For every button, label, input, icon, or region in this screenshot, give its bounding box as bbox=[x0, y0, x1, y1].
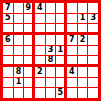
cell-r7c3[interactable] bbox=[24, 67, 34, 77]
given-digit: 2 bbox=[37, 68, 43, 76]
cell-r6c2[interactable] bbox=[14, 56, 24, 66]
given-digit: 1 bbox=[16, 78, 22, 86]
cell-r3c1[interactable] bbox=[3, 24, 13, 34]
cell-r4c9[interactable] bbox=[88, 35, 98, 45]
cell-r3c9[interactable] bbox=[88, 24, 98, 34]
cell-r4c1[interactable]: 6 bbox=[3, 35, 13, 45]
cell-r8c1[interactable] bbox=[3, 78, 13, 88]
cell-r4c2[interactable] bbox=[14, 35, 24, 45]
cell-r5c8[interactable] bbox=[78, 46, 88, 56]
cell-r2c7[interactable] bbox=[67, 14, 77, 24]
cell-r3c5[interactable] bbox=[46, 24, 56, 34]
cell-r3c4[interactable] bbox=[35, 24, 45, 34]
sudoku-board: 79451367231882415 bbox=[0, 0, 101, 101]
cell-r2c9[interactable]: 3 bbox=[88, 14, 98, 24]
cell-r1c3[interactable]: 9 bbox=[24, 3, 34, 13]
cell-r5c9[interactable] bbox=[88, 46, 98, 56]
cell-r6c4[interactable] bbox=[35, 56, 45, 66]
cell-r2c3[interactable] bbox=[24, 14, 34, 24]
cell-r5c6[interactable]: 1 bbox=[56, 46, 66, 56]
cell-r9c3[interactable] bbox=[24, 88, 34, 98]
given-digit: 4 bbox=[69, 68, 75, 76]
cell-r7c7[interactable]: 4 bbox=[67, 67, 77, 77]
cell-r3c6[interactable] bbox=[56, 24, 66, 34]
cell-r1c1[interactable]: 7 bbox=[3, 3, 13, 13]
cell-r1c6[interactable] bbox=[56, 3, 66, 13]
given-digit: 3 bbox=[90, 14, 96, 22]
cell-r2c1[interactable]: 5 bbox=[3, 14, 13, 24]
cell-r7c2[interactable]: 8 bbox=[14, 67, 24, 77]
cell-r8c9[interactable] bbox=[88, 78, 98, 88]
cell-r1c7[interactable] bbox=[67, 3, 77, 13]
cell-r8c4[interactable] bbox=[35, 78, 45, 88]
cell-r3c2[interactable] bbox=[14, 24, 24, 34]
cell-r1c5[interactable] bbox=[46, 3, 56, 13]
cell-r8c2[interactable]: 1 bbox=[14, 78, 24, 88]
cell-r4c3[interactable] bbox=[24, 35, 34, 45]
given-digit: 6 bbox=[5, 36, 11, 44]
cell-r9c5[interactable] bbox=[46, 88, 56, 98]
cell-r6c8[interactable] bbox=[78, 56, 88, 66]
cell-r6c5[interactable]: 8 bbox=[46, 56, 56, 66]
cell-r7c8[interactable] bbox=[78, 67, 88, 77]
cell-r6c9[interactable] bbox=[88, 56, 98, 66]
cell-r4c7[interactable]: 7 bbox=[67, 35, 77, 45]
given-digit: 8 bbox=[48, 56, 54, 64]
cell-r8c5[interactable] bbox=[46, 78, 56, 88]
cell-r9c2[interactable] bbox=[14, 88, 24, 98]
cell-r7c4[interactable]: 2 bbox=[35, 67, 45, 77]
cell-r2c5[interactable] bbox=[46, 14, 56, 24]
cell-r5c7[interactable] bbox=[67, 46, 77, 56]
cell-r2c2[interactable] bbox=[14, 14, 24, 24]
cell-r9c1[interactable] bbox=[3, 88, 13, 98]
given-digit: 5 bbox=[5, 14, 11, 22]
cell-r8c7[interactable] bbox=[67, 78, 77, 88]
given-digit: 8 bbox=[16, 68, 22, 76]
given-digit: 7 bbox=[69, 36, 75, 44]
cell-r7c1[interactable] bbox=[3, 67, 13, 77]
cell-r1c8[interactable] bbox=[78, 3, 88, 13]
cell-r2c4[interactable] bbox=[35, 14, 45, 24]
cell-r5c1[interactable] bbox=[3, 46, 13, 56]
cell-r1c2[interactable] bbox=[14, 3, 24, 13]
given-digit: 3 bbox=[48, 46, 54, 54]
cell-r1c9[interactable] bbox=[88, 3, 98, 13]
cell-r9c9[interactable] bbox=[88, 88, 98, 98]
cell-r6c3[interactable] bbox=[24, 56, 34, 66]
cell-r4c8[interactable]: 2 bbox=[78, 35, 88, 45]
given-digit: 1 bbox=[57, 46, 63, 54]
cell-r3c8[interactable] bbox=[78, 24, 88, 34]
cell-r9c8[interactable] bbox=[78, 88, 88, 98]
cell-r9c6[interactable]: 5 bbox=[56, 88, 66, 98]
cell-r4c6[interactable] bbox=[56, 35, 66, 45]
cell-r2c8[interactable]: 1 bbox=[78, 14, 88, 24]
given-digit: 5 bbox=[57, 89, 63, 97]
cell-r7c5[interactable] bbox=[46, 67, 56, 77]
cell-r3c3[interactable] bbox=[24, 24, 34, 34]
cell-r3c7[interactable] bbox=[67, 24, 77, 34]
cell-r5c4[interactable] bbox=[35, 46, 45, 56]
cell-r5c2[interactable] bbox=[14, 46, 24, 56]
cell-r9c4[interactable] bbox=[35, 88, 45, 98]
cell-r5c5[interactable]: 3 bbox=[46, 46, 56, 56]
cell-r7c9[interactable] bbox=[88, 67, 98, 77]
cell-r4c4[interactable] bbox=[35, 35, 45, 45]
cell-r9c7[interactable] bbox=[67, 88, 77, 98]
given-digit: 4 bbox=[37, 4, 43, 12]
cell-r8c6[interactable] bbox=[56, 78, 66, 88]
given-digit: 1 bbox=[80, 14, 86, 22]
cell-r6c6[interactable] bbox=[56, 56, 66, 66]
given-digit: 7 bbox=[5, 4, 11, 12]
given-digit: 9 bbox=[25, 4, 31, 12]
cell-r7c6[interactable] bbox=[56, 67, 66, 77]
cell-r6c1[interactable] bbox=[3, 56, 13, 66]
cell-r4c5[interactable] bbox=[46, 35, 56, 45]
cell-r8c8[interactable] bbox=[78, 78, 88, 88]
cell-r8c3[interactable] bbox=[24, 78, 34, 88]
given-digit: 2 bbox=[80, 36, 86, 44]
cell-r1c4[interactable]: 4 bbox=[35, 3, 45, 13]
cell-r6c7[interactable] bbox=[67, 56, 77, 66]
cell-r5c3[interactable] bbox=[24, 46, 34, 56]
cell-r2c6[interactable] bbox=[56, 14, 66, 24]
